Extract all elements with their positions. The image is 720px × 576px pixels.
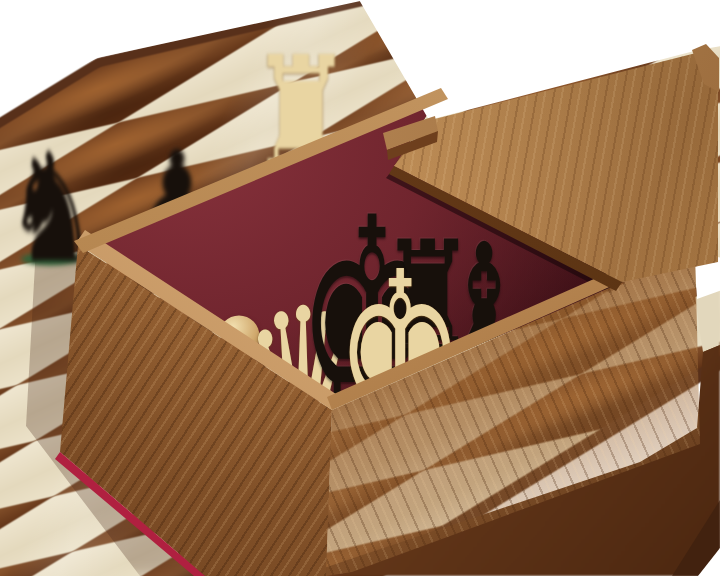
product-photo-stage: ♞♟♜ ♛♟♚♚♜♝ (0, 0, 720, 576)
